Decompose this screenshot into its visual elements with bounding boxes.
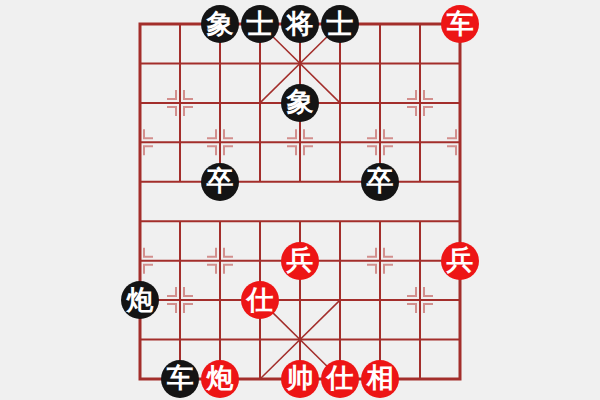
piece-red-chariot[interactable]: 车	[441, 5, 479, 43]
piece-red-elephant[interactable]: 相	[361, 360, 399, 398]
piece-black-chariot[interactable]: 车	[161, 360, 199, 398]
piece-red-advisor[interactable]: 仕	[321, 360, 359, 398]
piece-black-advisor[interactable]: 士	[241, 5, 279, 43]
piece-red-cannon[interactable]: 炮	[201, 360, 239, 398]
piece-black-soldier[interactable]: 卒	[201, 163, 239, 201]
pieces-layer: 象士将士车象卒卒兵兵炮仕车炮帅仕相	[120, 4, 480, 398]
piece-red-general[interactable]: 帅	[281, 360, 319, 398]
piece-black-elephant[interactable]: 象	[281, 84, 319, 122]
piece-red-soldier[interactable]: 兵	[281, 242, 319, 280]
piece-black-cannon[interactable]: 炮	[121, 281, 159, 319]
piece-black-soldier[interactable]: 卒	[361, 163, 399, 201]
piece-red-soldier[interactable]: 兵	[441, 242, 479, 280]
piece-black-advisor[interactable]: 士	[321, 5, 359, 43]
xiangqi-board-view: 象士将士车象卒卒兵兵炮仕车炮帅仕相	[0, 0, 600, 400]
piece-red-advisor[interactable]: 仕	[241, 281, 279, 319]
piece-black-general[interactable]: 将	[281, 5, 319, 43]
piece-black-elephant[interactable]: 象	[201, 5, 239, 43]
